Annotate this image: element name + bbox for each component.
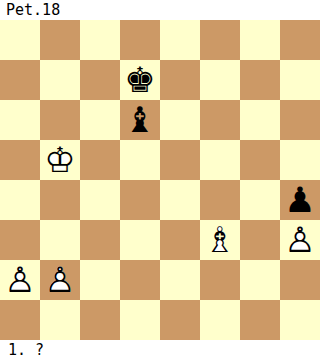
square-e5[interactable] bbox=[160, 140, 200, 180]
square-b2[interactable]: ♟♙ bbox=[40, 260, 80, 300]
square-e7[interactable] bbox=[160, 60, 200, 100]
black-pawn-icon: ♟ bbox=[280, 180, 320, 220]
square-a8[interactable] bbox=[0, 20, 40, 60]
white-pawn-icon: ♙ bbox=[280, 220, 320, 260]
black-king-icon: ♚ bbox=[120, 60, 160, 100]
square-b5[interactable]: ♚♔ bbox=[40, 140, 80, 180]
square-h6[interactable] bbox=[280, 100, 320, 140]
square-h8[interactable] bbox=[280, 20, 320, 60]
square-g3[interactable] bbox=[240, 220, 280, 260]
square-c2[interactable] bbox=[80, 260, 120, 300]
square-g6[interactable] bbox=[240, 100, 280, 140]
white-pawn-icon: ♙ bbox=[40, 260, 80, 300]
square-h1[interactable] bbox=[280, 300, 320, 340]
square-b6[interactable] bbox=[40, 100, 80, 140]
square-c7[interactable] bbox=[80, 60, 120, 100]
square-a3[interactable] bbox=[0, 220, 40, 260]
square-g2[interactable] bbox=[240, 260, 280, 300]
square-e4[interactable] bbox=[160, 180, 200, 220]
square-f6[interactable] bbox=[200, 100, 240, 140]
square-d6[interactable]: ♝ bbox=[120, 100, 160, 140]
square-h7[interactable] bbox=[280, 60, 320, 100]
square-g7[interactable] bbox=[240, 60, 280, 100]
white-pawn-icon: ♙ bbox=[0, 260, 40, 300]
white-bishop-piece[interactable]: ♝♗ bbox=[200, 220, 240, 260]
white-king-icon: ♔ bbox=[40, 140, 80, 180]
square-c8[interactable] bbox=[80, 20, 120, 60]
square-h4[interactable]: ♟ bbox=[280, 180, 320, 220]
square-f3[interactable]: ♝♗ bbox=[200, 220, 240, 260]
square-b8[interactable] bbox=[40, 20, 80, 60]
black-pawn-piece[interactable]: ♟ bbox=[280, 180, 320, 220]
black-bishop-piece[interactable]: ♝ bbox=[120, 100, 160, 140]
white-pawn-piece[interactable]: ♟♙ bbox=[0, 260, 40, 300]
square-h2[interactable] bbox=[280, 260, 320, 300]
black-bishop-icon: ♝ bbox=[120, 100, 160, 140]
square-g5[interactable] bbox=[240, 140, 280, 180]
move-prompt: 1. ? bbox=[0, 340, 320, 360]
square-b7[interactable] bbox=[40, 60, 80, 100]
square-d1[interactable] bbox=[120, 300, 160, 340]
square-b1[interactable] bbox=[40, 300, 80, 340]
square-d2[interactable] bbox=[120, 260, 160, 300]
square-d5[interactable] bbox=[120, 140, 160, 180]
square-c6[interactable] bbox=[80, 100, 120, 140]
white-king-piece[interactable]: ♚♔ bbox=[40, 140, 80, 180]
square-f5[interactable] bbox=[200, 140, 240, 180]
square-f7[interactable] bbox=[200, 60, 240, 100]
square-e6[interactable] bbox=[160, 100, 200, 140]
square-d4[interactable] bbox=[120, 180, 160, 220]
diagram-caption-top: Pet.18 bbox=[0, 0, 320, 20]
white-pawn-piece[interactable]: ♟♙ bbox=[280, 220, 320, 260]
square-d8[interactable] bbox=[120, 20, 160, 60]
square-c1[interactable] bbox=[80, 300, 120, 340]
square-e8[interactable] bbox=[160, 20, 200, 60]
square-h3[interactable]: ♟♙ bbox=[280, 220, 320, 260]
white-pawn-piece[interactable]: ♟♙ bbox=[40, 260, 80, 300]
square-e2[interactable] bbox=[160, 260, 200, 300]
square-a6[interactable] bbox=[0, 100, 40, 140]
square-b4[interactable] bbox=[40, 180, 80, 220]
white-bishop-icon: ♗ bbox=[200, 220, 240, 260]
square-c5[interactable] bbox=[80, 140, 120, 180]
square-c4[interactable] bbox=[80, 180, 120, 220]
square-e1[interactable] bbox=[160, 300, 200, 340]
square-e3[interactable] bbox=[160, 220, 200, 260]
square-a2[interactable]: ♟♙ bbox=[0, 260, 40, 300]
square-b3[interactable] bbox=[40, 220, 80, 260]
square-f8[interactable] bbox=[200, 20, 240, 60]
square-g8[interactable] bbox=[240, 20, 280, 60]
square-g1[interactable] bbox=[240, 300, 280, 340]
square-a1[interactable] bbox=[0, 300, 40, 340]
square-a5[interactable] bbox=[0, 140, 40, 180]
square-d3[interactable] bbox=[120, 220, 160, 260]
square-f2[interactable] bbox=[200, 260, 240, 300]
black-king-piece[interactable]: ♚ bbox=[120, 60, 160, 100]
square-a7[interactable] bbox=[0, 60, 40, 100]
square-f4[interactable] bbox=[200, 180, 240, 220]
square-c3[interactable] bbox=[80, 220, 120, 260]
square-g4[interactable] bbox=[240, 180, 280, 220]
square-a4[interactable] bbox=[0, 180, 40, 220]
chess-board: ♚♝♚♔♟♝♗♟♙♟♙♟♙ bbox=[0, 20, 320, 340]
square-f1[interactable] bbox=[200, 300, 240, 340]
square-h5[interactable] bbox=[280, 140, 320, 180]
square-d7[interactable]: ♚ bbox=[120, 60, 160, 100]
